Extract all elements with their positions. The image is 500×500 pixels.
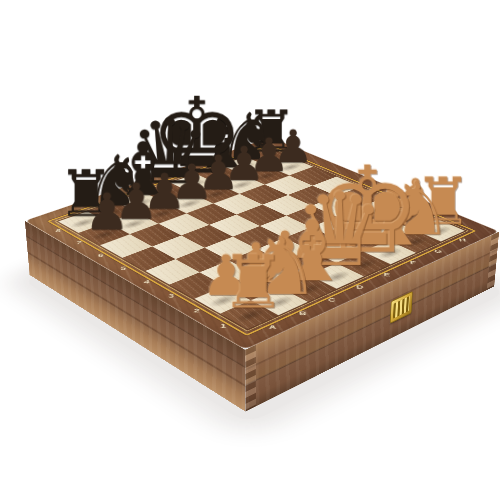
piece-black-bishop-f8: ♝ [167,111,277,175]
piece-black-queen-d8: ♛ [113,112,227,194]
piece-shadow [276,161,307,173]
piece-shadow [87,227,123,242]
chess-box: ♜♞♝♛♚♝♞♜♟♟♟♟♟♟♟♟♟♟♟♟♟♟♟♟♜♞♝♛♚♝♞♜ ABCDEFG… [25,137,500,349]
perspective-scene: ♜♞♝♛♚♝♞♜♟♟♟♟♟♟♟♟♟♟♟♟♟♟♟♟♜♞♝♛♚♝♞♜ ABCDEFG… [0,0,500,500]
piece-black-rook-h8: ♜ [218,106,325,159]
piece-shadow [204,169,236,181]
pawn-glyph: ♟ [393,174,437,220]
piece-shadow [251,170,282,182]
brass-clasp [390,291,413,324]
piece-shadow [264,267,301,284]
piece-shadow [145,207,179,221]
piece-shadow [399,234,433,249]
piece-shadow [373,245,408,261]
piece-shadow [347,257,382,273]
piece-white-pawn-h2: ♟ [356,174,475,220]
brass-clasp-detail [393,296,410,319]
product-photo-stage: ♜♞♝♛♚♝♞♜♟♟♟♟♟♟♟♟♟♟♟♟♟♟♟♟♜♞♝♛♚♝♞♜ ABCDEFG… [0,0,500,500]
piece-shadow [346,233,380,248]
piece-shadow [96,206,130,220]
